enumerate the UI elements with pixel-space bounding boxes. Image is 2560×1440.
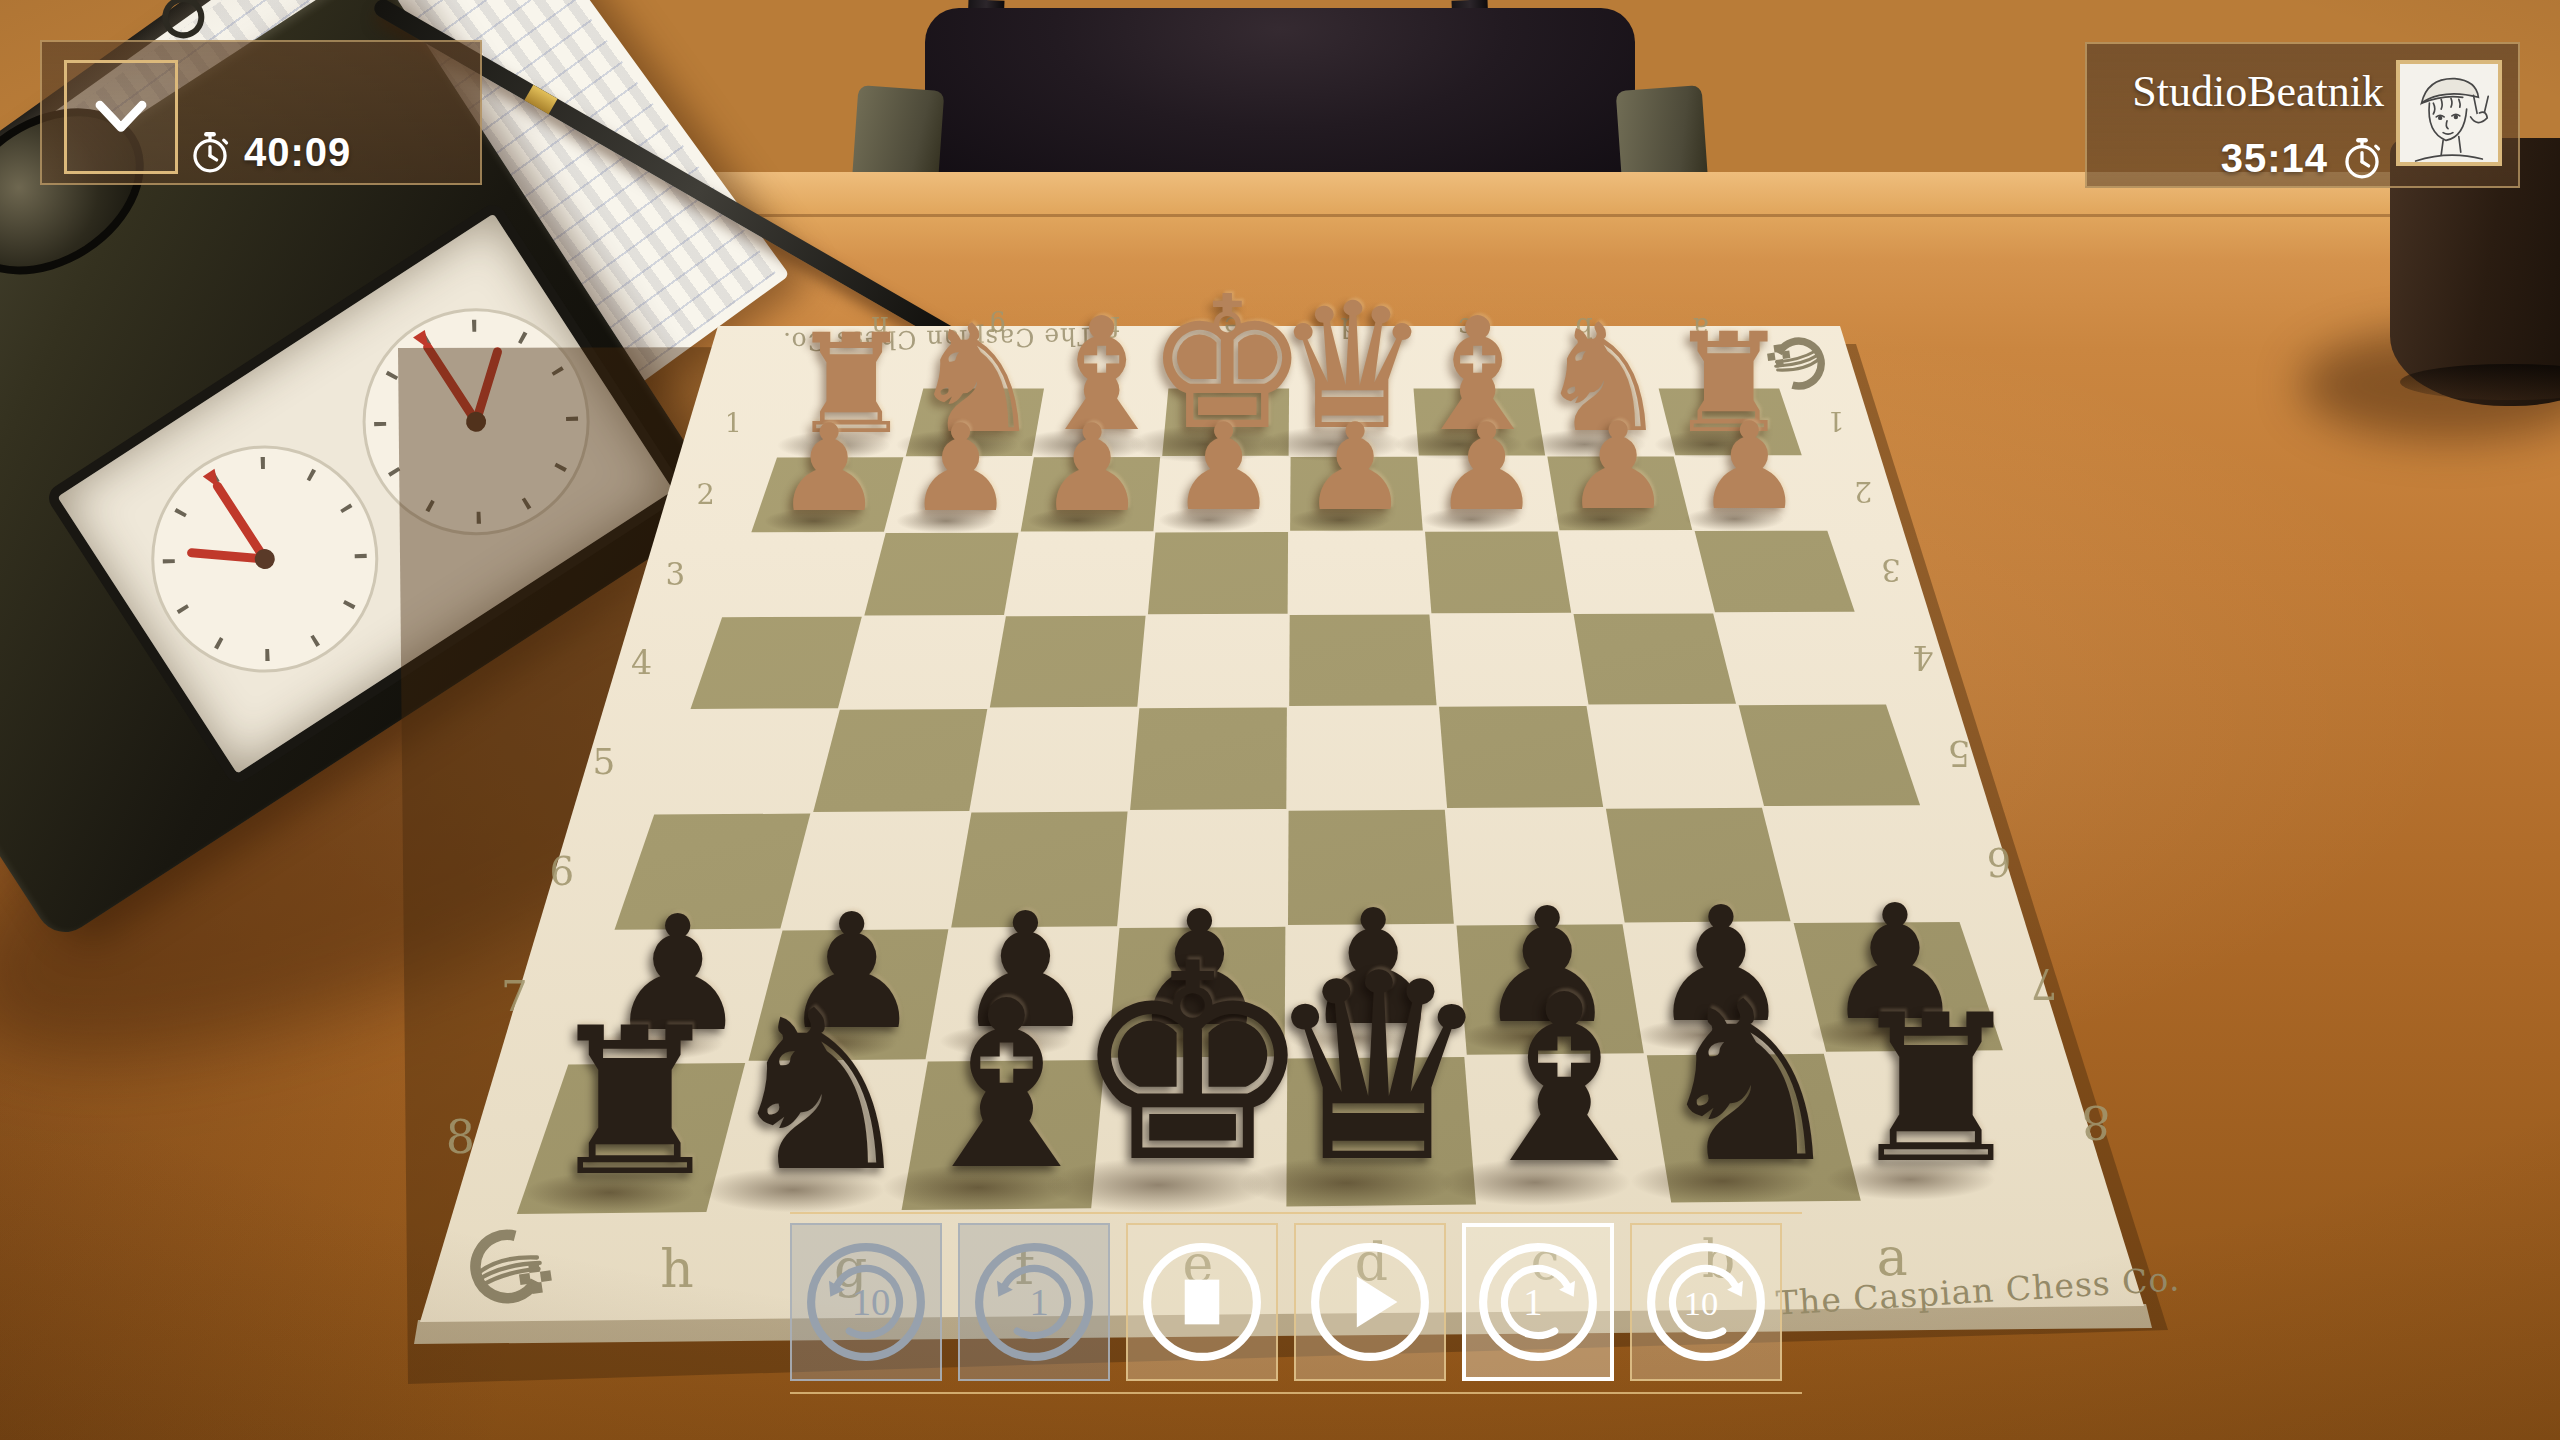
piece-white-pawn-f2[interactable]: ♟ <box>1038 408 1146 528</box>
player-name: StudioBeatnik <box>2132 66 2384 117</box>
piece-black-rook-a8[interactable]: ♜ <box>1845 988 2028 1192</box>
stopwatch-icon <box>188 131 232 175</box>
avatar-sketch <box>2400 64 2498 162</box>
forward-10-button[interactable]: 10 <box>1630 1223 1782 1381</box>
local-player-clock: 40:09 <box>244 130 351 175</box>
play-icon <box>1357 1277 1398 1328</box>
rewind-10-button[interactable]: 10 <box>790 1223 942 1381</box>
stop-icon <box>1185 1280 1220 1325</box>
play-button[interactable] <box>1294 1223 1446 1381</box>
stop-button[interactable] <box>1126 1223 1278 1381</box>
opponent-panel: StudioBeatnik 35:14 <box>2085 42 2520 188</box>
game-scene: The Caspian Chess Co. The Caspian Chess … <box>0 0 2560 1440</box>
piece-white-pawn-e2[interactable]: ♟ <box>1170 407 1278 527</box>
forward-1-button[interactable]: 1 <box>1462 1223 1614 1381</box>
avatar[interactable] <box>2396 60 2502 166</box>
piece-black-knight-g8[interactable]: ♞ <box>722 982 920 1203</box>
piece-white-pawn-a2[interactable]: ♟ <box>1696 406 1804 526</box>
piece-white-pawn-h2[interactable]: ♟ <box>775 408 883 528</box>
piece-white-pawn-g2[interactable]: ♟ <box>907 408 1015 528</box>
svg-text:10: 10 <box>852 1281 891 1323</box>
local-player-panel: 40:09 <box>40 40 482 185</box>
rewind-1-button[interactable]: 1 <box>958 1223 1110 1381</box>
piece-black-rook-h8[interactable]: ♜ <box>544 1001 727 1205</box>
piece-white-pawn-d2[interactable]: ♟ <box>1301 407 1409 527</box>
opponent-clock: 35:14 <box>2221 136 2328 181</box>
svg-text:10: 10 <box>1684 1284 1719 1322</box>
piece-black-knight-b8[interactable]: ♞ <box>1651 973 1849 1194</box>
chevron-down-icon <box>88 97 154 137</box>
piece-white-pawn-b2[interactable]: ♟ <box>1564 406 1672 526</box>
svg-text:1: 1 <box>1523 1281 1542 1323</box>
replay-control-bar: 10 1 <box>790 1212 1802 1394</box>
collapse-button[interactable] <box>64 60 178 174</box>
svg-text:1: 1 <box>1029 1281 1048 1323</box>
stopwatch-icon <box>2340 137 2384 181</box>
piece-white-pawn-c2[interactable]: ♟ <box>1433 407 1541 527</box>
piece-black-bishop-f8[interactable]: ♝ <box>903 971 1110 1202</box>
